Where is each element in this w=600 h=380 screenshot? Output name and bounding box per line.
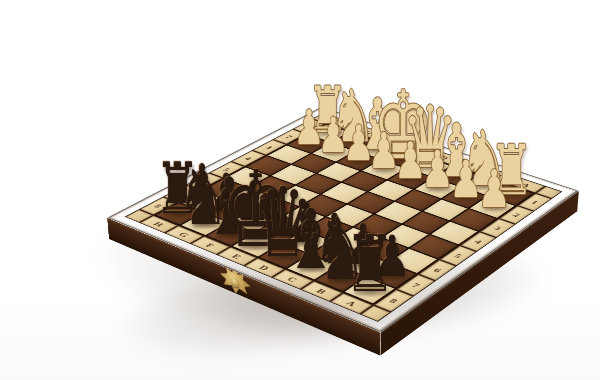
product-photo-canvas: HH11GG22FF33EE44DD55CC66BB77AA88 ♜♞♟♝♟♚♟…: [0, 0, 600, 380]
chessboard-scene: HH11GG22FF33EE44DD55CC66BB77AA88: [179, 36, 515, 372]
